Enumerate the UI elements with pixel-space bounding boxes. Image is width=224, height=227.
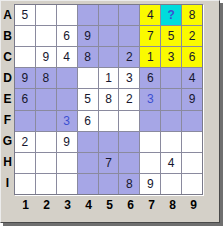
cell-F3[interactable]: 3: [57, 111, 77, 131]
cell-F4[interactable]: 6: [78, 111, 98, 131]
cell-B2[interactable]: [36, 26, 56, 46]
cell-G4[interactable]: [78, 132, 98, 152]
cell-G8[interactable]: [161, 132, 181, 152]
cell-H1[interactable]: [15, 153, 35, 173]
cell-C5[interactable]: [99, 47, 119, 67]
cell-C4[interactable]: 8: [78, 47, 98, 67]
cell-H8[interactable]: 4: [161, 153, 181, 173]
cell-F1[interactable]: [15, 111, 35, 131]
col-labels: 123456789: [15, 197, 204, 213]
cell-D3[interactable]: [57, 68, 77, 88]
cell-B6[interactable]: [119, 26, 139, 46]
row-label-I: I: [1, 172, 14, 193]
cell-D7[interactable]: 6: [140, 68, 160, 88]
row-label-G: G: [1, 130, 14, 151]
cell-C6[interactable]: 2: [119, 47, 139, 67]
cell-A4[interactable]: [78, 5, 98, 25]
col-label-8: 8: [162, 197, 183, 213]
cell-I8[interactable]: [161, 174, 181, 194]
cell-E5[interactable]: 8: [99, 89, 119, 109]
cell-G6[interactable]: [119, 132, 139, 152]
cell-H6[interactable]: [119, 153, 139, 173]
cell-A1[interactable]: 5: [15, 5, 35, 25]
cell-A6[interactable]: [119, 5, 139, 25]
cell-B4[interactable]: 9: [78, 26, 98, 46]
row-label-F: F: [1, 109, 14, 130]
sudoku-board: 54?869752948213698136465823936297489: [14, 4, 203, 195]
col-label-1: 1: [15, 197, 36, 213]
row-label-H: H: [1, 151, 14, 172]
row-label-E: E: [1, 88, 14, 109]
cell-F8[interactable]: [161, 111, 181, 131]
sudoku-window: ABCDEFGHI 54?869752948213698136465823936…: [0, 0, 220, 223]
cell-I7[interactable]: 9: [140, 174, 160, 194]
cell-A7[interactable]: 4: [140, 5, 160, 25]
cell-G1[interactable]: 2: [15, 132, 35, 152]
cell-B5[interactable]: [99, 26, 119, 46]
cell-C1[interactable]: [15, 47, 35, 67]
cell-I4[interactable]: [78, 174, 98, 194]
cell-H9[interactable]: [182, 153, 202, 173]
col-label-5: 5: [99, 197, 120, 213]
cell-F9[interactable]: [182, 111, 202, 131]
cell-G5[interactable]: [99, 132, 119, 152]
cell-A2[interactable]: [36, 5, 56, 25]
cell-E8[interactable]: [161, 89, 181, 109]
col-label-9: 9: [183, 197, 204, 213]
col-label-2: 2: [36, 197, 57, 213]
cell-G7[interactable]: [140, 132, 160, 152]
cell-D5[interactable]: 1: [99, 68, 119, 88]
cell-D9[interactable]: 4: [182, 68, 202, 88]
cell-I2[interactable]: [36, 174, 56, 194]
cell-C2[interactable]: 9: [36, 47, 56, 67]
cell-C8[interactable]: 3: [161, 47, 181, 67]
cell-C7[interactable]: 1: [140, 47, 160, 67]
row-label-C: C: [1, 46, 14, 67]
cell-H7[interactable]: [140, 153, 160, 173]
cell-E1[interactable]: 6: [15, 89, 35, 109]
row-label-D: D: [1, 67, 14, 88]
cell-I6[interactable]: 8: [119, 174, 139, 194]
cell-B8[interactable]: 5: [161, 26, 181, 46]
cell-G2[interactable]: [36, 132, 56, 152]
cell-D6[interactable]: 3: [119, 68, 139, 88]
cell-I9[interactable]: [182, 174, 202, 194]
cell-E9[interactable]: 9: [182, 89, 202, 109]
cell-E4[interactable]: 5: [78, 89, 98, 109]
cell-B7[interactable]: 7: [140, 26, 160, 46]
cell-E7[interactable]: 3: [140, 89, 160, 109]
cell-B3[interactable]: 6: [57, 26, 77, 46]
cell-I5[interactable]: [99, 174, 119, 194]
cell-D4[interactable]: [78, 68, 98, 88]
cell-D1[interactable]: 9: [15, 68, 35, 88]
cell-D2[interactable]: 8: [36, 68, 56, 88]
cell-A9[interactable]: 8: [182, 5, 202, 25]
col-label-7: 7: [141, 197, 162, 213]
col-label-4: 4: [78, 197, 99, 213]
cell-B1[interactable]: [15, 26, 35, 46]
cell-C3[interactable]: 4: [57, 47, 77, 67]
row-labels: ABCDEFGHI: [1, 4, 14, 193]
cell-E3[interactable]: [57, 89, 77, 109]
cell-F7[interactable]: [140, 111, 160, 131]
row-label-B: B: [1, 25, 14, 46]
col-label-3: 3: [57, 197, 78, 213]
cell-G9[interactable]: [182, 132, 202, 152]
cell-D8[interactable]: [161, 68, 181, 88]
cell-C9[interactable]: 6: [182, 47, 202, 67]
cell-A5[interactable]: [99, 5, 119, 25]
cell-H5[interactable]: 7: [99, 153, 119, 173]
cell-E6[interactable]: 2: [119, 89, 139, 109]
row-label-A: A: [1, 4, 14, 25]
cell-E2[interactable]: [36, 89, 56, 109]
cell-H4[interactable]: [78, 153, 98, 173]
col-label-6: 6: [120, 197, 141, 213]
cell-H3[interactable]: [57, 153, 77, 173]
cell-G3[interactable]: 9: [57, 132, 77, 152]
cell-A3[interactable]: [57, 5, 77, 25]
cell-F6[interactable]: [119, 111, 139, 131]
cell-I1[interactable]: [15, 174, 35, 194]
cell-A8[interactable]: ?: [161, 5, 181, 25]
cell-I3[interactable]: [57, 174, 77, 194]
cell-F5[interactable]: [99, 111, 119, 131]
cell-F2[interactable]: [36, 111, 56, 131]
cell-H2[interactable]: [36, 153, 56, 173]
cell-B9[interactable]: 2: [182, 26, 202, 46]
